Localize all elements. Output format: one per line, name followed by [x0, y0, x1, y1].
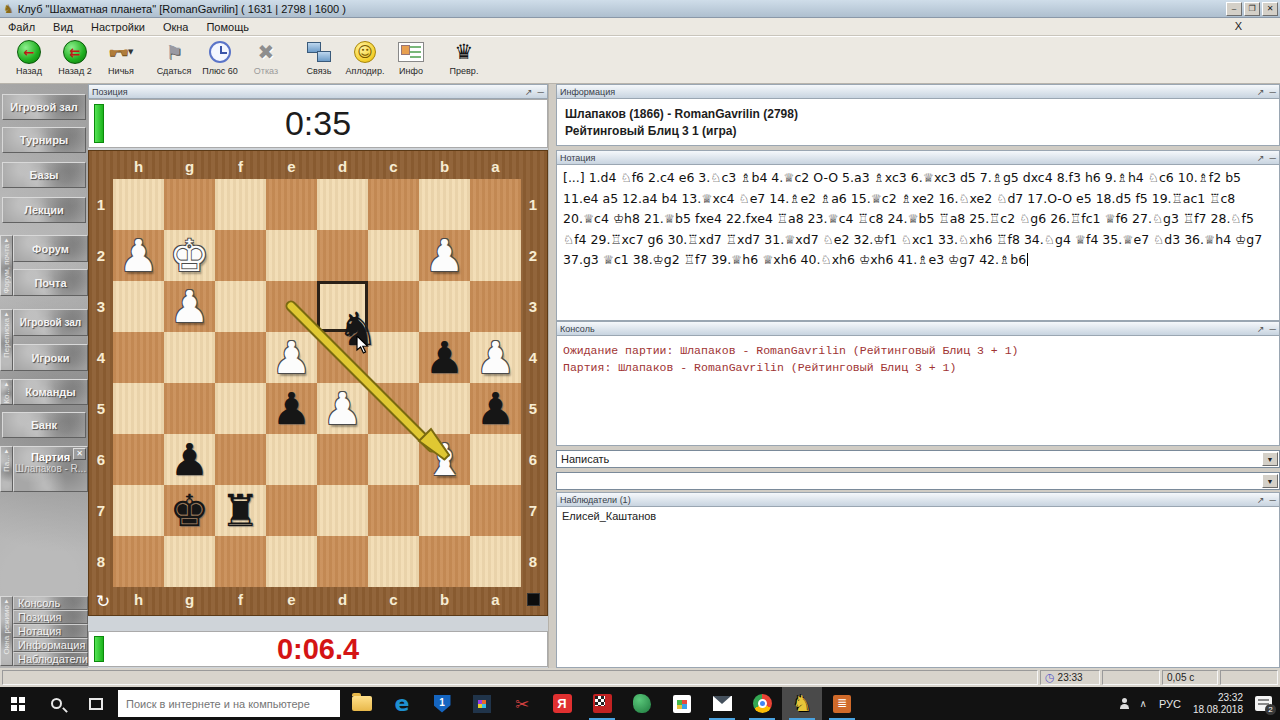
draw-button[interactable]: ☛☚▼ Ничья — [98, 39, 144, 83]
mode-position[interactable]: Позиция — [13, 610, 88, 624]
square-c2[interactable] — [368, 230, 419, 281]
triangle-up-icon: ▲ — [4, 380, 10, 388]
square-g3[interactable]: ♟ — [164, 281, 215, 332]
square-f7[interactable]: ♜ — [215, 485, 266, 536]
white-pawn-e4[interactable]: ♟ — [266, 332, 317, 383]
maximize-button[interactable]: ❐ — [1244, 2, 1260, 16]
file-label-f: f — [215, 588, 266, 612]
chess-planeta-knight-icon[interactable]: ♞ — [782, 687, 822, 720]
people-icon[interactable] — [1120, 698, 1128, 706]
windows-start-icon[interactable] — [0, 687, 36, 720]
mode-notation[interactable]: Нотация — [13, 624, 88, 638]
square-f6[interactable] — [215, 434, 266, 485]
rank-label-8: 8 — [519, 553, 547, 570]
mode-observers[interactable]: Наблюдатели — [13, 652, 88, 666]
console-line: Партия: Шлапаков - RomanGavrilin (Рейтин… — [563, 359, 1279, 376]
white-pawn-h2[interactable]: ♟ — [113, 230, 164, 281]
file-label-e: e — [266, 588, 317, 612]
popout-icon[interactable]: ↗ — [1257, 153, 1265, 163]
back-button[interactable]: ← Назад — [6, 39, 52, 83]
square-f1[interactable] — [215, 179, 266, 230]
square-g5[interactable] — [164, 383, 215, 434]
square-a4[interactable]: ♟ — [470, 332, 521, 383]
notation-panel-header: Нотация ↗─ — [556, 150, 1280, 165]
file-labels-top: hgfedcba — [113, 155, 521, 177]
status-time-cell: ◷ 23:33 — [1040, 670, 1100, 685]
triangle-up-icon: ▲ — [4, 447, 10, 455]
black-clock-indicator — [94, 636, 104, 662]
rank-label-7: 7 — [519, 502, 547, 519]
square-e3[interactable] — [266, 281, 317, 332]
sidebar-item-game-hall-2[interactable]: Игровой зал — [13, 309, 88, 336]
square-a6[interactable] — [470, 434, 521, 485]
console-line: Ожидание партии: Шлапаков - RomanGavrili… — [563, 342, 1279, 359]
black-pawn-g6[interactable]: ♟ — [164, 434, 215, 485]
square-e4[interactable]: ♟ — [266, 332, 317, 383]
child-close-x[interactable]: X — [1235, 20, 1242, 32]
rank-label-2: 2 — [89, 247, 113, 264]
popout-icon[interactable]: ↗ — [1257, 87, 1265, 97]
rank-labels-right: 12345678 — [519, 179, 547, 587]
square-e8[interactable] — [266, 536, 317, 587]
search-icon[interactable] — [36, 687, 76, 720]
collapse-icon[interactable]: ─ — [1270, 495, 1276, 505]
vertical-splitter[interactable] — [548, 84, 556, 668]
info-button[interactable]: Инфо — [388, 39, 434, 83]
square-b5[interactable] — [419, 383, 470, 434]
rank-label-3: 3 — [519, 298, 547, 315]
square-d1[interactable] — [317, 179, 368, 230]
black-rook-f7[interactable]: ♜ — [215, 485, 266, 536]
square-c8[interactable] — [368, 536, 419, 587]
game-tab-close-icon[interactable]: ✕ — [73, 448, 86, 460]
observers-panel-header: Наблюдатели (1) ↗─ — [556, 492, 1280, 507]
store-icon[interactable] — [662, 687, 702, 720]
photos-icon[interactable] — [462, 687, 502, 720]
file-label-b: b — [419, 155, 470, 179]
chevron-down-icon[interactable]: ▼ — [128, 48, 133, 56]
square-b1[interactable] — [419, 179, 470, 230]
language-indicator[interactable]: РУС — [1159, 698, 1181, 710]
rank-label-2: 2 — [519, 247, 547, 264]
file-label-d: d — [317, 588, 368, 612]
window-title: Клуб "Шахматная планета" [RomanGavrilin]… — [18, 3, 346, 15]
promote-button[interactable]: ♛ Превр. — [441, 39, 487, 83]
file-label-c: c — [368, 155, 419, 179]
players-line: Шлапаков (1866) - RomanGavrilin (2798) — [565, 106, 1279, 123]
menu-file[interactable]: Файл — [8, 21, 35, 33]
status-empty-cell — [1102, 670, 1160, 685]
resign-button[interactable]: ⚑ Сдаться — [151, 39, 197, 83]
sidebar-item-bank[interactable]: Банк — [2, 412, 86, 438]
white-pawn-a4[interactable]: ♟ — [470, 332, 521, 383]
status-message-cell — [2, 670, 1038, 685]
black-pawn-b4[interactable]: ♟ — [419, 332, 470, 383]
app-knight-icon: ♞ — [3, 2, 14, 16]
square-e6[interactable] — [266, 434, 317, 485]
square-a5[interactable]: ♟ — [470, 383, 521, 434]
square-c7[interactable] — [368, 485, 419, 536]
smiley-icon: ☺ — [354, 41, 376, 63]
collapse-icon[interactable]: ─ — [1270, 324, 1276, 334]
green-app-icon[interactable] — [622, 687, 662, 720]
link-button[interactable]: Связь — [296, 39, 342, 83]
toolbar: ← Назад ⇇ Назад 2 ☛☚▼ Ничья ⚑ Сдаться Пл… — [0, 36, 1280, 84]
notation-moves[interactable]: [...] 1.d4 ♘f6 2.c4 e6 3.♘c3 ♗b4 4.♕c2 O… — [556, 165, 1280, 321]
back-icon: ← — [17, 40, 41, 64]
applaud-button[interactable]: ☺ Аплодир. — [342, 39, 388, 83]
sidebar-item-bases[interactable]: Базы — [2, 162, 86, 188]
board-squares: ♟♚♟♟♟♟♟♟♟♟♟♝♚♜ — [113, 179, 521, 587]
chess-board: hgfedcba hgfedcba 12345678 12345678 ↻ ♟♚… — [88, 150, 548, 616]
taskbar-search-box[interactable] — [118, 690, 340, 717]
square-d5[interactable]: ♟ — [317, 383, 368, 434]
square-g6[interactable]: ♟ — [164, 434, 215, 485]
square-a2[interactable] — [470, 230, 521, 281]
square-h2[interactable]: ♟ — [113, 230, 164, 281]
square-g8[interactable] — [164, 536, 215, 587]
game-tab-subtitle: Шлапаков - R... — [14, 463, 87, 474]
triangle-up-icon: ▲ — [4, 597, 10, 605]
menu-view[interactable]: Вид — [53, 21, 73, 33]
sidebar-item-players[interactable]: Игроки — [13, 344, 88, 371]
rank-label-4: 4 — [519, 349, 547, 366]
sidebar-item-lectures[interactable]: Лекции — [2, 197, 86, 223]
decline-button: ✖ Отказ — [243, 39, 289, 83]
mode-information[interactable]: Информация — [13, 638, 88, 652]
queen-crown-icon: ♛ — [455, 40, 474, 64]
sidebar-item-tournaments[interactable]: Турниры — [2, 127, 86, 153]
info-card-icon — [398, 42, 424, 62]
rank-label-6: 6 — [519, 451, 547, 468]
square-h5[interactable] — [113, 383, 164, 434]
edge-icon[interactable]: e — [382, 687, 422, 720]
chevron-down-icon[interactable]: ▼ — [1262, 452, 1278, 466]
rank-label-5: 5 — [89, 400, 113, 417]
white-clock-indicator — [94, 104, 104, 143]
plus60-button[interactable]: Плюс 60 — [197, 39, 243, 83]
square-e5[interactable]: ♟ — [266, 383, 317, 434]
square-d2[interactable] — [317, 230, 368, 281]
search-input[interactable] — [118, 698, 340, 710]
write-combo[interactable]: Написать ▼ — [556, 450, 1280, 468]
menu-windows[interactable]: Окна — [163, 21, 189, 33]
sidebar-tab-party[interactable]: ▲ Па... — [0, 446, 13, 492]
info-panel-body: Шлапаков (1866) - RomanGavrilin (2798) Р… — [556, 99, 1280, 146]
chevron-down-icon[interactable]: ▼ — [1262, 474, 1278, 488]
square-a1[interactable] — [470, 179, 521, 230]
square-b6[interactable]: ♝ — [419, 434, 470, 485]
file-label-g: g — [164, 588, 215, 612]
square-h4[interactable] — [113, 332, 164, 383]
rank-label-6: 6 — [89, 451, 113, 468]
file-labels-bottom: hgfedcba — [113, 588, 521, 612]
white-pawn-g3[interactable]: ♟ — [164, 281, 215, 332]
black-pawn-e5[interactable]: ♟ — [266, 383, 317, 434]
sidebar-item-game-hall[interactable]: Игровой зал — [2, 94, 86, 120]
file-label-a: a — [470, 155, 521, 179]
status-empty-cell — [1220, 670, 1278, 685]
file-label-b: b — [419, 588, 470, 612]
file-label-a: a — [470, 588, 521, 612]
square-g4[interactable] — [164, 332, 215, 383]
info-panel-header: Информация ↗─ — [556, 84, 1280, 99]
square-f4[interactable] — [215, 332, 266, 383]
text-caret — [1027, 253, 1028, 266]
sidebar-tab-window-modes[interactable]: ▲ Окна режимо — [0, 596, 13, 666]
square-g7[interactable]: ♚ — [164, 485, 215, 536]
square-h1[interactable] — [113, 179, 164, 230]
network-icon — [307, 41, 331, 63]
flip-board-icon[interactable]: ↻ — [92, 590, 114, 612]
sidebar-tab-correspondence[interactable]: ▲ Переписка — [0, 309, 13, 371]
square-e1[interactable] — [266, 179, 317, 230]
file-label-d: d — [317, 155, 368, 179]
square-a8[interactable] — [470, 536, 521, 587]
right-panels: Информация ↗─ Шлапаков (1866) - RomanGav… — [556, 84, 1280, 668]
square-h6[interactable] — [113, 434, 164, 485]
square-f8[interactable] — [215, 536, 266, 587]
game-type-line: Рейтинговый Блиц 3 1 (игра) — [565, 123, 1279, 140]
back-two-button[interactable]: ⇇ Назад 2 — [52, 39, 98, 83]
square-f3[interactable] — [215, 281, 266, 332]
sidebar-tab-ko[interactable]: ▲ Ко... — [0, 379, 13, 405]
square-b4[interactable]: ♟ — [419, 332, 470, 383]
position-panel-header: Позиция ↗─ — [88, 84, 548, 99]
console-panel-header: Консоль ↗─ — [556, 321, 1280, 336]
square-h8[interactable] — [113, 536, 164, 587]
observer-name: Елисей_Каштанов — [562, 510, 1279, 522]
popout-icon[interactable]: ↗ — [1257, 495, 1265, 505]
triangle-up-icon: ▲ — [4, 310, 10, 318]
yandex-browser-icon[interactable]: Я — [542, 687, 582, 720]
position-panel: Позиция ↗─ 0:35 hgfedcba hgfedcba 123456… — [88, 84, 548, 668]
collapse-icon[interactable]: ─ — [1270, 87, 1276, 97]
menu-help[interactable]: Помощь — [206, 21, 249, 33]
rank-labels-left: 12345678 — [89, 179, 113, 587]
cancel-x-icon: ✖ — [258, 40, 275, 64]
white-clock-time: 0:35 — [89, 100, 547, 147]
clock-icon — [209, 41, 231, 63]
rank-label-1: 1 — [89, 196, 113, 213]
square-f2[interactable] — [215, 230, 266, 281]
task-view-icon[interactable] — [76, 687, 116, 720]
file-label-f: f — [215, 155, 266, 179]
handshake-icon: ☛☚ — [109, 45, 126, 60]
status-duration-cell: 0,05 с — [1162, 670, 1218, 685]
sidebar-item-teams[interactable]: Команды — [13, 379, 88, 405]
clock-icon: ◷ — [1045, 671, 1055, 684]
square-d6[interactable] — [317, 434, 368, 485]
square-g1[interactable] — [164, 179, 215, 230]
current-game-tab[interactable]: Партия Шлапаков - R... ✕ — [13, 446, 88, 492]
square-h7[interactable] — [113, 485, 164, 536]
square-d8[interactable] — [317, 536, 368, 587]
white-king-g2[interactable]: ♚ — [164, 230, 215, 281]
rank-label-3: 3 — [89, 298, 113, 315]
black-to-move-indicator — [527, 593, 540, 606]
mouse-cursor — [356, 336, 372, 354]
tray-clock[interactable]: 23:32 18.08.2018 — [1193, 692, 1243, 716]
taskbar: e 1 ✂ Я ♞ ≣ ∧ РУС 23:32 18.08.2018 2 — [0, 687, 1280, 720]
menu-settings[interactable]: Настройки — [91, 21, 145, 33]
white-pawn-b2[interactable]: ♟ — [419, 230, 470, 281]
orange-document-icon[interactable]: ≣ — [822, 687, 862, 720]
square-f5[interactable] — [215, 383, 266, 434]
square-h3[interactable] — [113, 281, 164, 332]
rank-label-1: 1 — [519, 196, 547, 213]
message-input-combo[interactable]: ▼ — [556, 472, 1280, 490]
chevron-up-icon[interactable]: ∧ — [1140, 698, 1147, 709]
mail-icon[interactable] — [702, 687, 742, 720]
sidebar-tab-forum-mail[interactable]: ▲ Форум, почта — [0, 235, 13, 296]
white-flag-icon: ⚑ — [165, 41, 182, 63]
title-bar: ♞ Клуб "Шахматная планета" [RomanGavrili… — [0, 0, 1280, 18]
chrome-icon[interactable] — [742, 687, 782, 720]
black-pawn-a5[interactable]: ♟ — [470, 383, 521, 434]
white-pawn-d5[interactable]: ♟ — [317, 383, 368, 434]
rank-label-4: 4 — [89, 349, 113, 366]
file-label-h: h — [113, 155, 164, 179]
square-b2[interactable]: ♟ — [419, 230, 470, 281]
rank-label-7: 7 — [89, 502, 113, 519]
file-label-e: e — [266, 155, 317, 179]
file-explorer-icon[interactable] — [342, 687, 382, 720]
sidebar-item-forum[interactable]: Форум — [13, 235, 88, 262]
black-clock: 0:06.4 — [88, 631, 548, 667]
rank-label-5: 5 — [519, 400, 547, 417]
square-d7[interactable] — [317, 485, 368, 536]
observers-list: Елисей_Каштанов — [556, 507, 1280, 668]
sidebar-item-mail[interactable]: Почта — [13, 269, 88, 296]
file-label-h: h — [113, 588, 164, 612]
notification-badge: 2 — [1265, 704, 1276, 715]
chess-checker-app-icon[interactable] — [582, 687, 622, 720]
file-label-g: g — [164, 155, 215, 179]
square-c6[interactable] — [368, 434, 419, 485]
menu-bar: Файл Вид Настройки Окна Помощь X — [0, 18, 1280, 36]
square-a3[interactable] — [470, 281, 521, 332]
defender-shield-icon[interactable]: 1 — [422, 687, 462, 720]
rank-label-8: 8 — [89, 553, 113, 570]
back-two-icon: ⇇ — [63, 40, 87, 64]
popout-icon[interactable]: ↗ — [1257, 324, 1265, 334]
status-bar: ◷ 23:33 0,05 с — [0, 668, 1280, 687]
square-b7[interactable] — [419, 485, 470, 536]
white-clock: 0:35 — [88, 99, 548, 148]
square-e2[interactable] — [266, 230, 317, 281]
square-a7[interactable] — [470, 485, 521, 536]
minimize-button[interactable]: – — [1226, 2, 1242, 16]
collapse-icon[interactable]: ─ — [538, 87, 544, 97]
system-tray: ∧ РУС 23:32 18.08.2018 2 — [1120, 692, 1280, 716]
black-king-g7[interactable]: ♚ — [164, 485, 215, 536]
square-c5[interactable] — [368, 383, 419, 434]
snip-icon[interactable]: ✂ — [502, 687, 542, 720]
square-b8[interactable] — [419, 536, 470, 587]
mode-console[interactable]: Консоль — [13, 596, 88, 610]
close-button[interactable]: ✕ — [1262, 2, 1278, 16]
square-e7[interactable] — [266, 485, 317, 536]
square-g2[interactable]: ♚ — [164, 230, 215, 281]
popout-icon[interactable]: ↗ — [525, 87, 533, 97]
white-bishop-b6[interactable]: ♝ — [419, 434, 470, 485]
black-clock-time: 0:06.4 — [89, 632, 547, 666]
console-output: Ожидание партии: Шлапаков - RomanGavrili… — [556, 336, 1280, 446]
square-b3[interactable] — [419, 281, 470, 332]
sidebar: Игровой зал Турниры Базы Лекции ▲ Форум,… — [0, 84, 88, 668]
file-label-c: c — [368, 588, 419, 612]
notification-icon[interactable]: 2 — [1255, 696, 1272, 711]
square-c1[interactable] — [368, 179, 419, 230]
collapse-icon[interactable]: ─ — [1270, 153, 1276, 163]
